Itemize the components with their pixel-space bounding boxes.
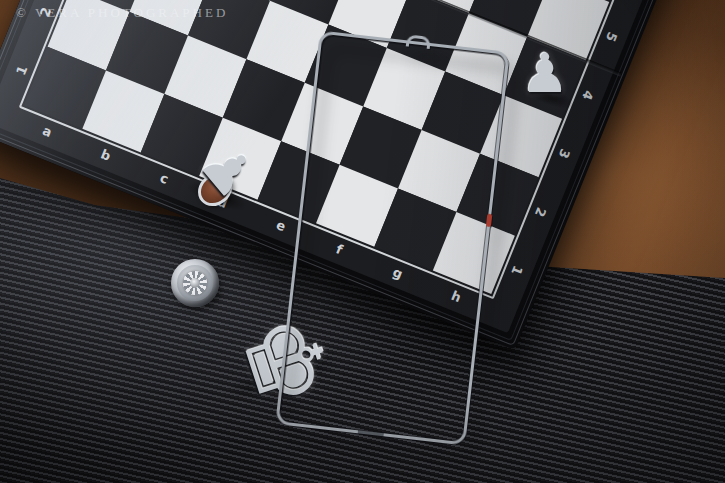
watermark-text: © Vera Photographed	[16, 5, 228, 21]
rank-label-right-2: 2	[506, 186, 576, 237]
rank-label-right-1: 1	[482, 245, 552, 296]
rank-label-right-5: 5	[577, 11, 647, 62]
white-pawn-h4[interactable]: ♟	[517, 46, 573, 102]
photo-canvas: abcdefgh 87654321 87654321 ♟ ♟ ♚ © Vera …	[0, 0, 725, 483]
white-rook-top-view[interactable]	[171, 259, 219, 307]
rook-center-cap	[190, 278, 200, 288]
rank-label-right-3: 3	[529, 128, 599, 179]
